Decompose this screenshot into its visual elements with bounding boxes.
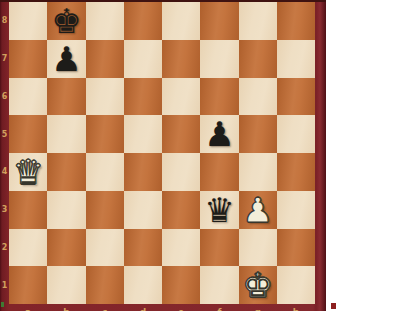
square-a2[interactable] bbox=[9, 229, 47, 267]
square-a7[interactable] bbox=[9, 40, 47, 78]
piece-white-king-g1[interactable]: ♚ bbox=[239, 266, 277, 304]
square-b7[interactable]: ♟ bbox=[47, 40, 85, 78]
square-g3[interactable]: ♟ bbox=[239, 191, 277, 229]
square-e4[interactable] bbox=[162, 153, 200, 191]
square-b1[interactable] bbox=[47, 266, 85, 304]
rank-label-6: 6 bbox=[0, 78, 9, 116]
square-a6[interactable] bbox=[9, 78, 47, 116]
square-a4[interactable]: ♛ bbox=[9, 153, 47, 191]
square-f4[interactable] bbox=[200, 153, 238, 191]
rank-label-5: 5 bbox=[0, 115, 9, 153]
app-screen: ♚♟♟♛♛♟♚ 87654321 abcdefgh bbox=[0, 0, 414, 311]
square-a5[interactable] bbox=[9, 115, 47, 153]
square-d3[interactable] bbox=[124, 191, 162, 229]
square-h6[interactable] bbox=[277, 78, 315, 116]
square-h3[interactable] bbox=[277, 191, 315, 229]
square-g5[interactable] bbox=[239, 115, 277, 153]
square-d7[interactable] bbox=[124, 40, 162, 78]
square-e8[interactable] bbox=[162, 2, 200, 40]
square-e2[interactable] bbox=[162, 229, 200, 267]
square-h2[interactable] bbox=[277, 229, 315, 267]
square-b6[interactable] bbox=[47, 78, 85, 116]
square-f7[interactable] bbox=[200, 40, 238, 78]
file-label-a: a bbox=[9, 307, 47, 311]
square-c2[interactable] bbox=[86, 229, 124, 267]
square-f2[interactable] bbox=[200, 229, 238, 267]
rank-label-1: 1 bbox=[0, 266, 9, 304]
piece-black-queen-f3[interactable]: ♛ bbox=[200, 191, 238, 229]
square-f5[interactable]: ♟ bbox=[200, 115, 238, 153]
file-label-h: h bbox=[277, 307, 315, 311]
square-f6[interactable] bbox=[200, 78, 238, 116]
square-g6[interactable] bbox=[239, 78, 277, 116]
file-label-b: b bbox=[47, 307, 85, 311]
square-b2[interactable] bbox=[47, 229, 85, 267]
square-g7[interactable] bbox=[239, 40, 277, 78]
square-c4[interactable] bbox=[86, 153, 124, 191]
piece-black-pawn-b7[interactable]: ♟ bbox=[47, 40, 85, 78]
file-coordinates: abcdefgh bbox=[9, 304, 315, 311]
square-g4[interactable] bbox=[239, 153, 277, 191]
square-h4[interactable] bbox=[277, 153, 315, 191]
chess-board: ♚♟♟♛♛♟♚ 87654321 abcdefgh bbox=[0, 0, 326, 311]
square-e5[interactable] bbox=[162, 115, 200, 153]
square-b3[interactable] bbox=[47, 191, 85, 229]
square-c1[interactable] bbox=[86, 266, 124, 304]
square-g8[interactable] bbox=[239, 2, 277, 40]
square-e3[interactable] bbox=[162, 191, 200, 229]
square-b8[interactable]: ♚ bbox=[47, 2, 85, 40]
square-d6[interactable] bbox=[124, 78, 162, 116]
piece-white-queen-a4[interactable]: ♛ bbox=[9, 153, 47, 191]
square-g2[interactable] bbox=[239, 229, 277, 267]
square-d2[interactable] bbox=[124, 229, 162, 267]
square-e6[interactable] bbox=[162, 78, 200, 116]
square-e7[interactable] bbox=[162, 40, 200, 78]
square-c6[interactable] bbox=[86, 78, 124, 116]
file-label-e: e bbox=[162, 307, 200, 311]
square-h8[interactable] bbox=[277, 2, 315, 40]
square-a1[interactable] bbox=[9, 266, 47, 304]
rank-label-4: 4 bbox=[0, 153, 9, 191]
file-label-d: d bbox=[124, 307, 162, 311]
piece-black-king-b8[interactable]: ♚ bbox=[47, 2, 85, 40]
square-c8[interactable] bbox=[86, 2, 124, 40]
green-dot-artifact bbox=[1, 302, 4, 307]
rank-label-2: 2 bbox=[0, 229, 9, 267]
file-label-c: c bbox=[86, 307, 124, 311]
square-f1[interactable] bbox=[200, 266, 238, 304]
rank-coordinates: 87654321 bbox=[0, 2, 9, 304]
square-f3[interactable]: ♛ bbox=[200, 191, 238, 229]
square-d5[interactable] bbox=[124, 115, 162, 153]
square-d8[interactable] bbox=[124, 2, 162, 40]
piece-white-pawn-g3[interactable]: ♟ bbox=[239, 191, 277, 229]
square-g1[interactable]: ♚ bbox=[239, 266, 277, 304]
piece-black-pawn-f5[interactable]: ♟ bbox=[200, 115, 238, 153]
rank-label-3: 3 bbox=[0, 191, 9, 229]
rank-label-7: 7 bbox=[0, 40, 9, 78]
board-grid: ♚♟♟♛♛♟♚ bbox=[9, 2, 315, 304]
square-d1[interactable] bbox=[124, 266, 162, 304]
square-h7[interactable] bbox=[277, 40, 315, 78]
square-b4[interactable] bbox=[47, 153, 85, 191]
square-f8[interactable] bbox=[200, 2, 238, 40]
square-h1[interactable] bbox=[277, 266, 315, 304]
square-a8[interactable] bbox=[9, 2, 47, 40]
square-c7[interactable] bbox=[86, 40, 124, 78]
square-c5[interactable] bbox=[86, 115, 124, 153]
square-b5[interactable] bbox=[47, 115, 85, 153]
file-label-f: f bbox=[200, 307, 238, 311]
rank-label-8: 8 bbox=[0, 2, 9, 40]
square-h5[interactable] bbox=[277, 115, 315, 153]
square-e1[interactable] bbox=[162, 266, 200, 304]
square-a3[interactable] bbox=[9, 191, 47, 229]
file-label-g: g bbox=[239, 307, 277, 311]
square-c3[interactable] bbox=[86, 191, 124, 229]
red-dot-artifact bbox=[331, 303, 336, 309]
square-d4[interactable] bbox=[124, 153, 162, 191]
